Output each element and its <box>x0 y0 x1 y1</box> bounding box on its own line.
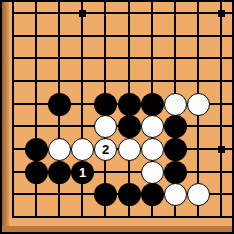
white-stone-e4: 2 <box>94 138 117 161</box>
black-stone-b3 <box>25 161 48 184</box>
grid-line-h-2 <box>12 35 232 37</box>
white-stone-h2 <box>164 183 187 206</box>
black-stone-e6 <box>94 93 117 116</box>
go-board-diagram[interactable]: 21 <box>0 0 234 234</box>
white-stone-f4 <box>118 138 141 161</box>
black-stone-c6 <box>48 93 71 116</box>
white-stone-e5 <box>94 115 117 138</box>
grid-line-h-3 <box>12 57 232 59</box>
board-left-wood-edge <box>1 1 9 233</box>
grid-line-h-10 <box>12 216 232 218</box>
black-stone-g2 <box>141 183 164 206</box>
black-stone-g6 <box>141 93 164 116</box>
board-bottom-wood-edge <box>1 226 233 233</box>
black-stone-h4 <box>164 138 187 161</box>
white-stone-g4 <box>141 138 164 161</box>
white-stone-g5 <box>141 115 164 138</box>
black-stone-f2 <box>118 183 141 206</box>
white-stone-h6 <box>164 93 187 116</box>
move-number-label: 2 <box>102 143 109 156</box>
move-number-label: 1 <box>79 166 86 179</box>
black-stone-f6 <box>118 93 141 116</box>
white-stone-c4 <box>48 138 71 161</box>
grid-line-h-4 <box>12 80 232 82</box>
black-stone-c3 <box>48 161 71 184</box>
black-stone-d3: 1 <box>71 161 94 184</box>
white-stone-d4 <box>71 138 94 161</box>
black-stone-h3 <box>164 161 187 184</box>
star-point-k10 <box>218 10 225 17</box>
star-point-d10 <box>79 10 86 17</box>
grid-line-h-1 <box>12 12 232 14</box>
black-stone-e2 <box>94 183 117 206</box>
white-stone-j2 <box>187 183 210 206</box>
white-stone-g3 <box>141 161 164 184</box>
white-stone-j6 <box>187 93 210 116</box>
black-stone-f5 <box>118 115 141 138</box>
star-point-k4 <box>218 146 225 153</box>
black-stone-h5 <box>164 115 187 138</box>
black-stone-b4 <box>25 138 48 161</box>
